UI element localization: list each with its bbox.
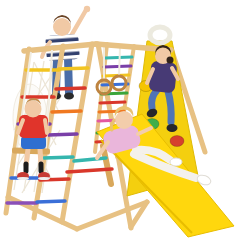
shoe — [167, 124, 178, 132]
head — [25, 101, 42, 118]
sock-foot — [170, 158, 182, 166]
ladder-rung — [104, 66, 131, 67]
sneaker-sole — [38, 177, 50, 180]
head — [115, 111, 133, 129]
ladder-rung — [105, 57, 132, 58]
ladder-rung — [48, 134, 77, 135]
ladder-rung — [100, 102, 125, 103]
ladder-rung — [37, 201, 65, 202]
product-photo — [0, 0, 238, 238]
purple-shirt — [149, 61, 178, 94]
leg — [168, 91, 171, 122]
ladder-rung — [59, 68, 88, 69]
ladder-rung — [52, 111, 81, 112]
ladder-rung — [44, 157, 73, 158]
hair-curl — [167, 57, 174, 64]
ring-rope — [119, 47, 120, 76]
sneaker-sole — [17, 177, 29, 180]
ladder-rung — [56, 88, 85, 89]
arm — [45, 120, 47, 133]
climbing-hold — [170, 136, 184, 147]
ladder-rung — [102, 84, 128, 85]
hand — [84, 6, 90, 12]
head — [53, 18, 71, 36]
jungle-gym-scene — [0, 0, 238, 238]
shoe — [64, 93, 74, 100]
